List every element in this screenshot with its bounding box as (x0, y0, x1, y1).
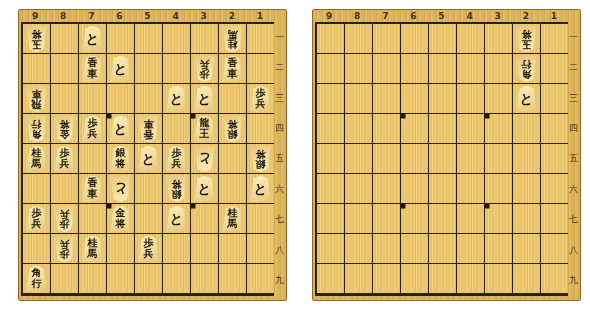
right-board-square-38[interactable] (485, 234, 512, 263)
left-board-piece-gote-tokin-35[interactable]: と (193, 146, 216, 172)
left-board-square-18[interactable] (247, 234, 274, 263)
left-board-piece-sente-lance-22[interactable]: 香車 (221, 56, 244, 82)
right-board-square-89[interactable] (345, 264, 372, 293)
left-board-piece-sente-gold-67[interactable]: 金将 (109, 206, 132, 232)
piece-kanji: 将 (32, 28, 42, 39)
right-board-square-26[interactable] (513, 174, 540, 203)
piece-kanji: 兵 (60, 238, 70, 249)
right-board-square-45[interactable] (457, 144, 484, 173)
left-board-piece-sente-pawn-85[interactable]: 歩兵 (53, 146, 76, 172)
right-board-file-label-8: 8 (343, 10, 371, 22)
left-board-square-26[interactable] (219, 174, 246, 203)
left-board-piece-sente-dragon-34[interactable]: 龍王 (193, 116, 216, 142)
left-board-piece-sente-lance-72[interactable]: 香車 (81, 56, 104, 82)
left-board-square-82[interactable] (51, 54, 78, 83)
left-board-piece-sente-knight-27[interactable]: 桂馬 (221, 206, 244, 232)
left-board-piece-gote-tokin-66[interactable]: と (109, 176, 132, 202)
left-board-square-59[interactable] (135, 264, 162, 293)
left-board-square-71[interactable]: と (79, 24, 106, 53)
right-board-square-86[interactable] (345, 174, 372, 203)
left-board-square-77[interactable] (79, 204, 106, 233)
right-board-rank-label-5: 五 (567, 144, 580, 174)
right-board-square-12[interactable] (541, 54, 568, 83)
piece-kanji: 行 (32, 279, 42, 290)
piece-kanji: 王 (200, 129, 210, 140)
piece-kanji: 金 (60, 129, 70, 140)
right-board-square-48[interactable] (457, 234, 484, 263)
left-board-rank-label-6: 六 (273, 174, 286, 204)
left-board-square-14[interactable] (247, 114, 274, 143)
right-board-square-55[interactable] (429, 144, 456, 173)
left-board-square-91[interactable]: 玉将 (23, 24, 50, 53)
left-board-piece-sente-knight-95[interactable]: 桂馬 (25, 146, 48, 172)
left-board-square-88[interactable]: 歩兵 (51, 234, 78, 263)
left-board-piece-sente-bishop-99[interactable]: 角行 (25, 266, 48, 292)
right-board-square-75[interactable] (373, 144, 400, 173)
left-board-rank-label-1: 一 (273, 22, 286, 52)
piece-kanji: 香 (228, 58, 238, 69)
right-board-square-72[interactable] (373, 54, 400, 83)
right-board-square-24[interactable] (513, 114, 540, 143)
piece-kanji: 将 (60, 118, 70, 129)
right-board-square-78[interactable] (373, 234, 400, 263)
left-board-square-92[interactable] (23, 54, 50, 83)
left-board-square-23[interactable] (219, 84, 246, 113)
right-board-file-label-2: 2 (512, 10, 540, 22)
piece-kanji: 角 (522, 69, 532, 80)
piece-kanji: 飛 (32, 99, 42, 110)
left-board-square-11[interactable] (247, 24, 274, 53)
right-board-square-59[interactable] (429, 264, 456, 293)
right-board-square-69[interactable] (401, 264, 428, 293)
right-board-square-73[interactable] (373, 84, 400, 113)
left-board-square-76[interactable]: 香車 (79, 174, 106, 203)
left-board-piece-gote-silver-46[interactable]: 銀将 (165, 176, 188, 202)
right-board-file-label-3: 3 (484, 10, 512, 22)
right-board-square-62[interactable] (401, 54, 428, 83)
right-board-square-61[interactable] (401, 24, 428, 53)
right-board-square-81[interactable] (345, 24, 372, 53)
piece-kanji: 車 (88, 69, 98, 80)
piece-kanji: 将 (116, 159, 126, 170)
left-board-square-68[interactable] (107, 234, 134, 263)
left-board-square-48[interactable] (163, 234, 190, 263)
left-board-square-29[interactable] (219, 264, 246, 293)
piece-kanji: 金 (116, 208, 126, 219)
left-board-piece-sente-knight-78[interactable]: 桂馬 (81, 236, 104, 262)
right-board-hoshi-dot-2 (485, 114, 490, 119)
right-board-square-85[interactable] (345, 144, 372, 173)
left-board-piece-gote-king-91[interactable]: 玉将 (25, 26, 48, 52)
right-board-square-21[interactable]: 玉将 (513, 24, 540, 53)
right-board-piece-gote-bishop-22[interactable]: 角行 (515, 56, 538, 82)
left-board-square-99[interactable]: 角行 (23, 264, 50, 293)
right-board-square-93[interactable] (317, 84, 344, 113)
left-board-piece-gote-pawn-88[interactable]: 歩兵 (53, 236, 76, 262)
left-board-square-41[interactable] (163, 24, 190, 53)
piece-kanji: 兵 (60, 208, 70, 219)
left-board-square-94[interactable]: 角行 (23, 114, 50, 143)
piece-kanji: 歩 (60, 148, 70, 159)
right-board-square-32[interactable] (485, 54, 512, 83)
right-board-square-25[interactable] (513, 144, 540, 173)
right-board-rank-label-2: 二 (567, 52, 580, 82)
left-board-piece-sente-tokin-16[interactable]: と (249, 176, 272, 202)
left-board-square-58[interactable]: 歩兵 (135, 234, 162, 263)
piece-kanji: 将 (116, 219, 126, 230)
right-board-square-63[interactable] (401, 84, 428, 113)
right-board-square-49[interactable] (457, 264, 484, 293)
right-board-square-66[interactable] (401, 174, 428, 203)
piece-kanji: 桂 (88, 238, 98, 249)
left-board-piece-sente-tokin-47[interactable]: と (165, 206, 188, 232)
right-board-piece-sente-tokin-23[interactable]: と (515, 86, 538, 112)
right-board-rank-label-4: 四 (567, 113, 580, 143)
left-board-piece-sente-tokin-43[interactable]: と (165, 86, 188, 112)
right-board-rank-label-7: 七 (567, 205, 580, 235)
left-board-piece-gote-lance-54[interactable]: 香車 (137, 116, 160, 142)
left-board-square-65[interactable]: 銀将 (107, 144, 134, 173)
left-board-hoshi-dot-2 (191, 114, 196, 119)
piece-kanji: 兵 (256, 99, 266, 110)
left-board-square-79[interactable] (79, 264, 106, 293)
left-board-square-85[interactable]: 歩兵 (51, 144, 78, 173)
left-board-square-84[interactable]: 金将 (51, 114, 78, 143)
left-board-piece-sente-pawn-45[interactable]: 歩兵 (165, 146, 188, 172)
left-board-square-55[interactable]: と (135, 144, 162, 173)
left-board-square-46[interactable]: 銀将 (163, 174, 190, 203)
piece-kanji: 将 (522, 28, 532, 39)
piece-kanji: と (114, 182, 127, 196)
left-board-square-49[interactable] (163, 264, 190, 293)
left-board-square-12[interactable] (247, 54, 274, 83)
left-board-file-label-1: 1 (246, 10, 274, 22)
right-board-square-23[interactable]: と (513, 84, 540, 113)
right-board-square-83[interactable] (345, 84, 372, 113)
left-board-rank-label-3: 三 (273, 83, 286, 113)
right-board-file-label-4: 4 (456, 10, 484, 22)
left-board-square-13[interactable]: 歩兵 (247, 84, 274, 113)
left-board-square-66[interactable]: と (107, 174, 134, 203)
left-board-square-16[interactable]: と (247, 174, 274, 203)
piece-kanji: 龍 (200, 118, 210, 129)
left-board-file-label-3: 3 (190, 10, 218, 22)
right-board-square-47[interactable] (457, 204, 484, 233)
piece-kanji: 馬 (88, 249, 98, 260)
piece-kanji: と (114, 62, 127, 76)
left-board-square-63[interactable] (107, 84, 134, 113)
right-board-square-74[interactable] (373, 114, 400, 143)
right-board-square-91[interactable] (317, 24, 344, 53)
left-board-square-22[interactable]: 香車 (219, 54, 246, 83)
right-board-square-29[interactable] (513, 264, 540, 293)
left-board-rank-label-5: 五 (273, 144, 286, 174)
left-board-square-73[interactable] (79, 84, 106, 113)
right-board-square-13[interactable] (541, 84, 568, 113)
right-board-piece-gote-king-21[interactable]: 玉将 (515, 26, 538, 52)
piece-kanji: と (170, 92, 183, 106)
left-board-file-label-7: 7 (77, 10, 105, 22)
right-board-square-42[interactable] (457, 54, 484, 83)
right-board-square-54[interactable] (429, 114, 456, 143)
right-board-square-82[interactable] (345, 54, 372, 83)
right-board-square-16[interactable] (541, 174, 568, 203)
left-board-rank-label-8: 八 (273, 235, 286, 265)
piece-kanji: 行 (522, 58, 532, 69)
right-board-file-label-7: 7 (371, 10, 399, 22)
piece-kanji: 桂 (228, 208, 238, 219)
piece-kanji: 桂 (32, 148, 42, 159)
piece-kanji: 将 (228, 118, 238, 129)
left-board-square-75[interactable] (79, 144, 106, 173)
right-board-square-68[interactable] (401, 234, 428, 263)
right-board-square-65[interactable] (401, 144, 428, 173)
right-board-square-51[interactable] (429, 24, 456, 53)
left-board-square-42[interactable] (163, 54, 190, 83)
left-board-piece-sente-silver-65[interactable]: 銀将 (109, 146, 132, 172)
right-board: 987654321 一二三四五六七八九 玉将角行と (312, 9, 581, 301)
right-board-square-96[interactable] (317, 174, 344, 203)
left-board-piece-gote-pawn-87[interactable]: 歩兵 (53, 206, 76, 232)
right-board-square-99[interactable] (317, 264, 344, 293)
left-board-square-35[interactable]: と (191, 144, 218, 173)
left-board-square-57[interactable] (135, 204, 162, 233)
left-board-square-98[interactable] (23, 234, 50, 263)
piece-kanji: 歩 (32, 208, 42, 219)
left-board-piece-gote-knight-21[interactable]: 桂馬 (221, 26, 244, 52)
right-board-square-76[interactable] (373, 174, 400, 203)
left-board-hoshi-dot-3 (107, 204, 112, 209)
left-board-square-53[interactable] (135, 84, 162, 113)
piece-kanji: 馬 (228, 28, 238, 39)
left-board-rank-label-4: 四 (273, 113, 286, 143)
left-board-rank-labels: 一二三四五六七八九 (273, 22, 286, 296)
left-board-square-19[interactable] (247, 264, 274, 293)
left-board-square-72[interactable]: 香車 (79, 54, 106, 83)
left-board-piece-sente-tokin-71[interactable]: と (81, 26, 104, 52)
left-board-piece-sente-pawn-74[interactable]: 歩兵 (81, 116, 104, 142)
right-board-rank-label-6: 六 (567, 174, 580, 204)
left-board-square-28[interactable] (219, 234, 246, 263)
piece-kanji: 兵 (88, 129, 98, 140)
right-board-square-17[interactable] (541, 204, 568, 233)
left-board-piece-sente-tokin-62[interactable]: と (109, 56, 132, 82)
piece-kanji: 将 (172, 178, 182, 189)
left-board-square-78[interactable]: 桂馬 (79, 234, 106, 263)
left-board-square-96[interactable] (23, 174, 50, 203)
piece-kanji: と (142, 152, 155, 166)
left-board-rank-label-9: 九 (273, 266, 286, 296)
left-board-piece-sente-tokin-36[interactable]: と (193, 176, 216, 202)
right-board-file-label-1: 1 (540, 10, 568, 22)
right-board-rank-label-3: 三 (567, 83, 580, 113)
piece-kanji: 香 (88, 58, 98, 69)
right-board-square-18[interactable] (541, 234, 568, 263)
left-board-piece-sente-tokin-33[interactable]: と (193, 86, 216, 112)
piece-kanji: 歩 (60, 219, 70, 230)
right-board-rank-label-1: 一 (567, 22, 580, 52)
left-board-square-56[interactable] (135, 174, 162, 203)
left-board-square-44[interactable] (163, 114, 190, 143)
left-board-square-39[interactable] (191, 264, 218, 293)
left-board-piece-sente-pawn-13[interactable]: 歩兵 (249, 86, 272, 112)
left-board-square-69[interactable] (107, 264, 134, 293)
left-board-square-54[interactable]: 香車 (135, 114, 162, 143)
piece-kanji: 歩 (200, 69, 210, 80)
left-board-square-47[interactable]: と (163, 204, 190, 233)
left-board-square-32[interactable]: 歩兵 (191, 54, 218, 83)
right-board-square-11[interactable] (541, 24, 568, 53)
left-board-square-45[interactable]: 歩兵 (163, 144, 190, 173)
piece-kanji: 歩 (144, 238, 154, 249)
left-board-hoshi-dot-1 (107, 114, 112, 119)
right-board-square-19[interactable] (541, 264, 568, 293)
left-board-square-61[interactable] (107, 24, 134, 53)
right-board-square-15[interactable] (541, 144, 568, 173)
left-board-piece-sente-tokin-64[interactable]: と (109, 116, 132, 142)
left-board: 987654321 一二三四五六七八九 玉将と桂馬香車と歩兵香車飛車とと歩兵角行… (18, 9, 287, 301)
left-board-square-21[interactable]: 桂馬 (219, 24, 246, 53)
right-board-grid: 玉将角行と (315, 22, 568, 296)
right-board-square-46[interactable] (457, 174, 484, 203)
piece-kanji: 車 (228, 69, 238, 80)
right-board-square-71[interactable] (373, 24, 400, 53)
piece-kanji: 車 (32, 88, 42, 99)
left-board-piece-gote-gold-84[interactable]: 金将 (53, 116, 76, 142)
piece-kanji: 兵 (172, 159, 182, 170)
left-board-file-label-8: 8 (49, 10, 77, 22)
right-board-square-92[interactable] (317, 54, 344, 83)
left-board-file-label-5: 5 (133, 10, 161, 22)
piece-kanji: 行 (32, 118, 42, 129)
left-board-piece-gote-silver-15[interactable]: 銀将 (249, 146, 272, 172)
piece-kanji: 銀 (116, 148, 126, 159)
piece-kanji: 兵 (144, 249, 154, 260)
piece-kanji: 歩 (172, 148, 182, 159)
piece-kanji: と (198, 182, 211, 196)
right-board-rank-label-9: 九 (567, 266, 580, 296)
left-board-piece-gote-rook-93[interactable]: 飛車 (25, 86, 48, 112)
left-board-piece-sente-pawn-97[interactable]: 歩兵 (25, 206, 48, 232)
piece-kanji: と (86, 32, 99, 46)
left-board-piece-gote-pawn-32[interactable]: 歩兵 (193, 56, 216, 82)
left-board-square-43[interactable]: と (163, 84, 190, 113)
piece-kanji: 車 (144, 118, 154, 129)
left-board-square-36[interactable]: と (191, 174, 218, 203)
left-board-file-label-4: 4 (162, 10, 190, 22)
left-board-square-87[interactable]: 歩兵 (51, 204, 78, 233)
right-board-square-79[interactable] (373, 264, 400, 293)
right-board-square-27[interactable] (513, 204, 540, 233)
piece-kanji: と (198, 92, 211, 106)
piece-kanji: 香 (88, 178, 98, 189)
left-board-hoshi-dot-4 (191, 204, 196, 209)
left-board-square-81[interactable] (51, 24, 78, 53)
right-board-square-36[interactable] (485, 174, 512, 203)
left-board-square-95[interactable]: 桂馬 (23, 144, 50, 173)
left-board-piece-sente-lance-76[interactable]: 香車 (81, 176, 104, 202)
left-board-square-31[interactable] (191, 24, 218, 53)
right-board-square-14[interactable] (541, 114, 568, 143)
right-board-square-53[interactable] (429, 84, 456, 113)
left-board-grid: 玉将と桂馬香車と歩兵香車飛車とと歩兵角行金将歩兵と香車龍王銀将桂馬歩兵銀将と歩兵… (21, 22, 274, 296)
piece-kanji: 兵 (200, 58, 210, 69)
left-board-square-62[interactable]: と (107, 54, 134, 83)
right-board-square-52[interactable] (429, 54, 456, 83)
right-board-file-label-9: 9 (315, 10, 343, 22)
right-board-square-94[interactable] (317, 114, 344, 143)
piece-kanji: 銀 (228, 129, 238, 140)
left-board-square-89[interactable] (51, 264, 78, 293)
right-board-square-39[interactable] (485, 264, 512, 293)
piece-kanji: 銀 (256, 159, 266, 170)
right-board-square-41[interactable] (457, 24, 484, 53)
left-board-file-label-6: 6 (105, 10, 133, 22)
right-board-square-84[interactable] (345, 114, 372, 143)
left-board-file-labels: 987654321 (21, 10, 274, 22)
left-board-square-52[interactable] (135, 54, 162, 83)
left-board-square-51[interactable] (135, 24, 162, 53)
left-board-square-33[interactable]: と (191, 84, 218, 113)
right-board-file-label-6: 6 (399, 10, 427, 22)
right-board-rank-label-8: 八 (567, 235, 580, 265)
right-board-square-77[interactable] (373, 204, 400, 233)
right-board-square-28[interactable] (513, 234, 540, 263)
right-board-square-88[interactable] (345, 234, 372, 263)
right-board-square-43[interactable] (457, 84, 484, 113)
left-board-square-86[interactable] (51, 174, 78, 203)
right-board-square-22[interactable]: 角行 (513, 54, 540, 83)
left-board-piece-gote-bishop-94[interactable]: 角行 (25, 116, 48, 142)
piece-kanji: 馬 (32, 159, 42, 170)
left-board-square-38[interactable] (191, 234, 218, 263)
left-board-square-74[interactable]: 歩兵 (79, 114, 106, 143)
right-board-square-97[interactable] (317, 204, 344, 233)
left-board-piece-sente-pawn-58[interactable]: 歩兵 (137, 236, 160, 262)
right-board-hoshi-dot-4 (485, 204, 490, 209)
right-board-square-56[interactable] (429, 174, 456, 203)
left-board-square-15[interactable]: 銀将 (247, 144, 274, 173)
left-board-square-27[interactable]: 桂馬 (219, 204, 246, 233)
right-board-square-33[interactable] (485, 84, 512, 113)
right-board-square-87[interactable] (345, 204, 372, 233)
right-board-square-44[interactable] (457, 114, 484, 143)
left-board-piece-gote-silver-24[interactable]: 銀将 (221, 116, 244, 142)
left-board-piece-sente-tokin-55[interactable]: と (137, 146, 160, 172)
right-board-file-labels: 987654321 (315, 10, 568, 22)
piece-kanji: 香 (144, 129, 154, 140)
right-board-file-label-5: 5 (427, 10, 455, 22)
left-board-square-93[interactable]: 飛車 (23, 84, 50, 113)
piece-kanji: と (520, 92, 533, 106)
right-board-square-58[interactable] (429, 234, 456, 263)
right-board-square-35[interactable] (485, 144, 512, 173)
left-board-square-97[interactable]: 歩兵 (23, 204, 50, 233)
left-board-square-83[interactable] (51, 84, 78, 113)
right-board-square-31[interactable] (485, 24, 512, 53)
piece-kanji: と (114, 122, 127, 136)
piece-kanji: 車 (88, 189, 98, 200)
left-board-square-25[interactable] (219, 144, 246, 173)
piece-kanji: 玉 (32, 39, 42, 50)
left-board-square-17[interactable] (247, 204, 274, 233)
right-board-square-57[interactable] (429, 204, 456, 233)
right-board-square-98[interactable] (317, 234, 344, 263)
left-board-square-24[interactable]: 銀将 (219, 114, 246, 143)
piece-kanji: 歩 (60, 249, 70, 260)
right-board-square-95[interactable] (317, 144, 344, 173)
left-board-rank-label-7: 七 (273, 205, 286, 235)
